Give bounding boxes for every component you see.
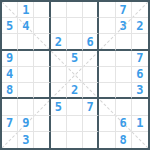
cell-r3c6[interactable]: 6: [83, 34, 99, 50]
cell-r5c5[interactable]: [67, 67, 83, 83]
cell-r7c9[interactable]: [132, 99, 148, 115]
cell-r2c6[interactable]: [83, 18, 99, 34]
cell-r4c7[interactable]: [99, 51, 115, 67]
cell-r2c5[interactable]: [67, 18, 83, 34]
cell-r4c6[interactable]: [83, 51, 99, 67]
cell-r5c3[interactable]: [34, 67, 50, 83]
cell-r3c1[interactable]: [2, 34, 18, 50]
cell-r9c1[interactable]: [2, 132, 18, 148]
cell-r9c2[interactable]: 3: [18, 132, 34, 148]
cell-r5c8[interactable]: [116, 67, 132, 83]
cell-r1c5[interactable]: [67, 2, 83, 18]
cell-r8c5[interactable]: [67, 116, 83, 132]
cell-r5c4[interactable]: [51, 67, 67, 83]
cell-r6c6[interactable]: [83, 83, 99, 99]
cell-r9c7[interactable]: [99, 132, 115, 148]
cell-r4c3[interactable]: [34, 51, 50, 67]
cell-r3c8[interactable]: [116, 34, 132, 50]
cell-r5c2[interactable]: [18, 67, 34, 83]
cell-r2c1[interactable]: 5: [2, 18, 18, 34]
cell-r7c8[interactable]: [116, 99, 132, 115]
cell-r1c9[interactable]: [132, 2, 148, 18]
cell-r4c1[interactable]: 9: [2, 51, 18, 67]
cell-r2c4[interactable]: [51, 18, 67, 34]
cell-r2c2[interactable]: 4: [18, 18, 34, 34]
cell-r6c4[interactable]: [51, 83, 67, 99]
cell-r1c8[interactable]: 7: [116, 2, 132, 18]
cell-r5c1[interactable]: 4: [2, 67, 18, 83]
cell-r4c9[interactable]: 7: [132, 51, 148, 67]
cell-r4c5[interactable]: 5: [67, 51, 83, 67]
cell-r7c7[interactable]: [99, 99, 115, 115]
cell-r9c9[interactable]: [132, 132, 148, 148]
cell-r2c9[interactable]: 2: [132, 18, 148, 34]
cell-r5c9[interactable]: 6: [132, 67, 148, 83]
cell-r2c8[interactable]: 3: [116, 18, 132, 34]
sudoku-board: 175432269574682357796138: [0, 0, 150, 150]
cell-r8c9[interactable]: 1: [132, 116, 148, 132]
cell-r6c1[interactable]: 8: [2, 83, 18, 99]
cell-r1c4[interactable]: [51, 2, 67, 18]
cell-r6c2[interactable]: [18, 83, 34, 99]
cell-r4c4[interactable]: [51, 51, 67, 67]
cell-r5c6[interactable]: [83, 67, 99, 83]
cell-r7c3[interactable]: [34, 99, 50, 115]
cell-r5c7[interactable]: [99, 67, 115, 83]
cell-r1c6[interactable]: [83, 2, 99, 18]
cell-r3c3[interactable]: [34, 34, 50, 50]
cell-r3c4[interactable]: 2: [51, 34, 67, 50]
cell-r9c6[interactable]: [83, 132, 99, 148]
cell-r3c7[interactable]: [99, 34, 115, 50]
cell-r4c8[interactable]: [116, 51, 132, 67]
cell-r3c5[interactable]: [67, 34, 83, 50]
cell-r8c2[interactable]: 9: [18, 116, 34, 132]
cell-r7c2[interactable]: [18, 99, 34, 115]
cell-r7c1[interactable]: [2, 99, 18, 115]
sudoku-grid: 175432269574682357796138: [2, 2, 148, 148]
cell-r8c3[interactable]: [34, 116, 50, 132]
cell-r3c9[interactable]: [132, 34, 148, 50]
cell-r4c2[interactable]: [18, 51, 34, 67]
cell-r1c2[interactable]: 1: [18, 2, 34, 18]
cell-r9c4[interactable]: [51, 132, 67, 148]
cell-r1c3[interactable]: [34, 2, 50, 18]
cell-r6c5[interactable]: 2: [67, 83, 83, 99]
cell-r8c7[interactable]: [99, 116, 115, 132]
cell-r8c4[interactable]: [51, 116, 67, 132]
cell-r8c1[interactable]: 7: [2, 116, 18, 132]
cell-r9c8[interactable]: 8: [116, 132, 132, 148]
cell-r6c7[interactable]: [99, 83, 115, 99]
cell-r7c5[interactable]: [67, 99, 83, 115]
cell-r9c5[interactable]: [67, 132, 83, 148]
cell-r6c3[interactable]: [34, 83, 50, 99]
cell-r8c6[interactable]: [83, 116, 99, 132]
cell-r7c6[interactable]: 7: [83, 99, 99, 115]
cell-r6c9[interactable]: 3: [132, 83, 148, 99]
cell-r2c3[interactable]: [34, 18, 50, 34]
cell-r1c7[interactable]: [99, 2, 115, 18]
cell-r8c8[interactable]: 6: [116, 116, 132, 132]
cell-r3c2[interactable]: [18, 34, 34, 50]
cell-r9c3[interactable]: [34, 132, 50, 148]
cell-r6c8[interactable]: [116, 83, 132, 99]
cell-r2c7[interactable]: [99, 18, 115, 34]
cell-r7c4[interactable]: 5: [51, 99, 67, 115]
cell-r1c1[interactable]: [2, 2, 18, 18]
